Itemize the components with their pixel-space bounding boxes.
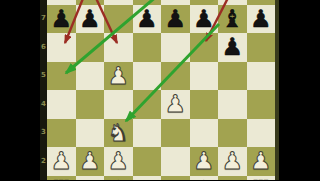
square-d2 xyxy=(133,147,162,176)
square-c4 xyxy=(104,90,133,119)
black-pawn-a7: ♟ xyxy=(47,5,76,34)
square-b1 xyxy=(76,176,105,181)
square-f4 xyxy=(190,90,219,119)
black-bishop-g7: ♝ xyxy=(218,5,247,34)
white-pawn-c2: ♟ xyxy=(104,147,133,176)
white-pawn-f2: ♟ xyxy=(190,147,219,176)
square-b6 xyxy=(76,33,105,62)
white-king-e1: ♚ xyxy=(161,176,190,181)
white-queen-d1: ♛ xyxy=(133,176,162,181)
square-b3 xyxy=(76,119,105,148)
square-h6 xyxy=(247,33,276,62)
square-h4 xyxy=(247,90,276,119)
square-e6 xyxy=(161,33,190,62)
square-f6 xyxy=(190,33,219,62)
square-d3 xyxy=(133,119,162,148)
white-knight-g1: ♞ xyxy=(218,176,247,181)
rank-label-2: 2 xyxy=(40,158,47,165)
square-d6 xyxy=(133,33,162,62)
white-pawn-h2: ♟ xyxy=(247,147,276,176)
rank-label-5: 5 xyxy=(40,72,47,79)
black-pawn-b7: ♟ xyxy=(76,5,105,34)
white-pawn-g2: ♟ xyxy=(218,147,247,176)
white-knight-c3: ♞ xyxy=(104,119,133,148)
square-g3 xyxy=(218,119,247,148)
white-pawn-a2: ♟ xyxy=(47,147,76,176)
black-pawn-f7: ♟ xyxy=(190,5,219,34)
black-bishop-c8: ♝ xyxy=(104,0,133,5)
square-d4 xyxy=(133,90,162,119)
square-b5 xyxy=(76,62,105,91)
board: ♜♞♝♛♚♞♜♟♟♟♟♟♝♟♟♟♟♞♟♟♟♟♟♟♜♝♛♚♝♞♜ xyxy=(47,0,275,180)
white-rook-a1: ♜ xyxy=(47,176,76,181)
square-e2 xyxy=(161,147,190,176)
rank-label-strip: 87654321 xyxy=(40,0,47,180)
white-bishop-f1: ♝ xyxy=(190,176,219,181)
rank-label-4: 4 xyxy=(40,101,47,108)
white-bishop-c1: ♝ xyxy=(104,176,133,181)
square-f3 xyxy=(190,119,219,148)
square-f5 xyxy=(190,62,219,91)
video-frame: 87654321 ♜♞♝♛♚♞♜♟♟♟♟♟♝♟♟♟♟♞♟♟♟♟♟♟♜♝♛♚♝♞♜ xyxy=(0,0,320,180)
rank-label-7: 7 xyxy=(40,15,47,22)
square-g4 xyxy=(218,90,247,119)
square-c7 xyxy=(104,5,133,34)
black-pawn-h7: ♟ xyxy=(247,5,276,34)
square-g5 xyxy=(218,62,247,91)
square-a4 xyxy=(47,90,76,119)
square-b4 xyxy=(76,90,105,119)
square-c6 xyxy=(104,33,133,62)
black-pawn-g6: ♟ xyxy=(218,33,247,62)
square-a5 xyxy=(47,62,76,91)
square-e5 xyxy=(161,62,190,91)
white-rook-h1: ♜ xyxy=(247,176,276,181)
white-pawn-e4: ♟ xyxy=(161,90,190,119)
square-e3 xyxy=(161,119,190,148)
white-pawn-c5: ♟ xyxy=(104,62,133,91)
white-pawn-b2: ♟ xyxy=(76,147,105,176)
rank-label-3: 3 xyxy=(40,129,47,136)
black-pawn-e7: ♟ xyxy=(161,5,190,34)
square-h5 xyxy=(247,62,276,91)
black-pawn-d7: ♟ xyxy=(133,5,162,34)
square-d5 xyxy=(133,62,162,91)
square-a6 xyxy=(47,33,76,62)
square-a3 xyxy=(47,119,76,148)
board-right-border xyxy=(275,0,279,180)
rank-label-6: 6 xyxy=(40,44,47,51)
square-h3 xyxy=(247,119,276,148)
